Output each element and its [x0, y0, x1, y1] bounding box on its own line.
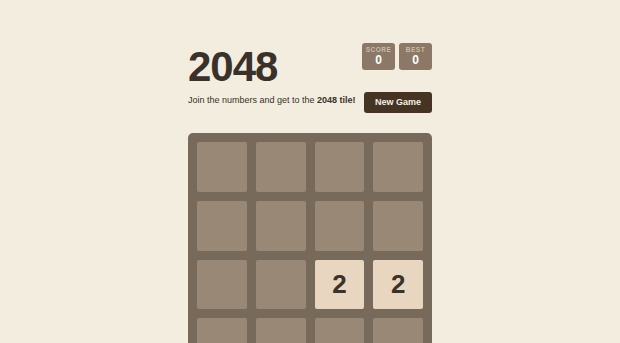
empty-cell [315, 318, 365, 343]
page: 2048 SCORE 0 BEST 0 Join the numbers and… [0, 0, 620, 343]
subtitle-goal: 2048 tile! [317, 95, 356, 105]
empty-cell [197, 142, 247, 192]
game-container: 2048 SCORE 0 BEST 0 Join the numbers and… [188, 0, 432, 343]
subtitle: Join the numbers and get to the 2048 til… [188, 93, 366, 107]
empty-cell [256, 318, 306, 343]
score-panel: SCORE 0 BEST 0 [362, 43, 432, 70]
empty-cell [373, 142, 423, 192]
empty-cell [197, 260, 247, 310]
empty-cell [373, 201, 423, 251]
score-box: SCORE 0 [362, 43, 395, 70]
subtitle-text: Join the numbers and get to the [188, 95, 317, 105]
score-value: 0 [375, 54, 382, 67]
empty-cell [256, 260, 306, 310]
tile-2: 2 [315, 260, 365, 310]
empty-cell [373, 318, 423, 343]
empty-cell [315, 201, 365, 251]
tile-2: 2 [373, 260, 423, 310]
best-box: BEST 0 [399, 43, 432, 70]
game-board[interactable]: 22 [188, 133, 432, 343]
empty-cell [256, 201, 306, 251]
empty-cell [256, 142, 306, 192]
game-title: 2048 [188, 46, 277, 88]
new-game-button[interactable]: New Game [364, 92, 432, 113]
empty-cell [197, 201, 247, 251]
best-value: 0 [412, 54, 419, 67]
empty-cell [197, 318, 247, 343]
empty-cell [315, 142, 365, 192]
